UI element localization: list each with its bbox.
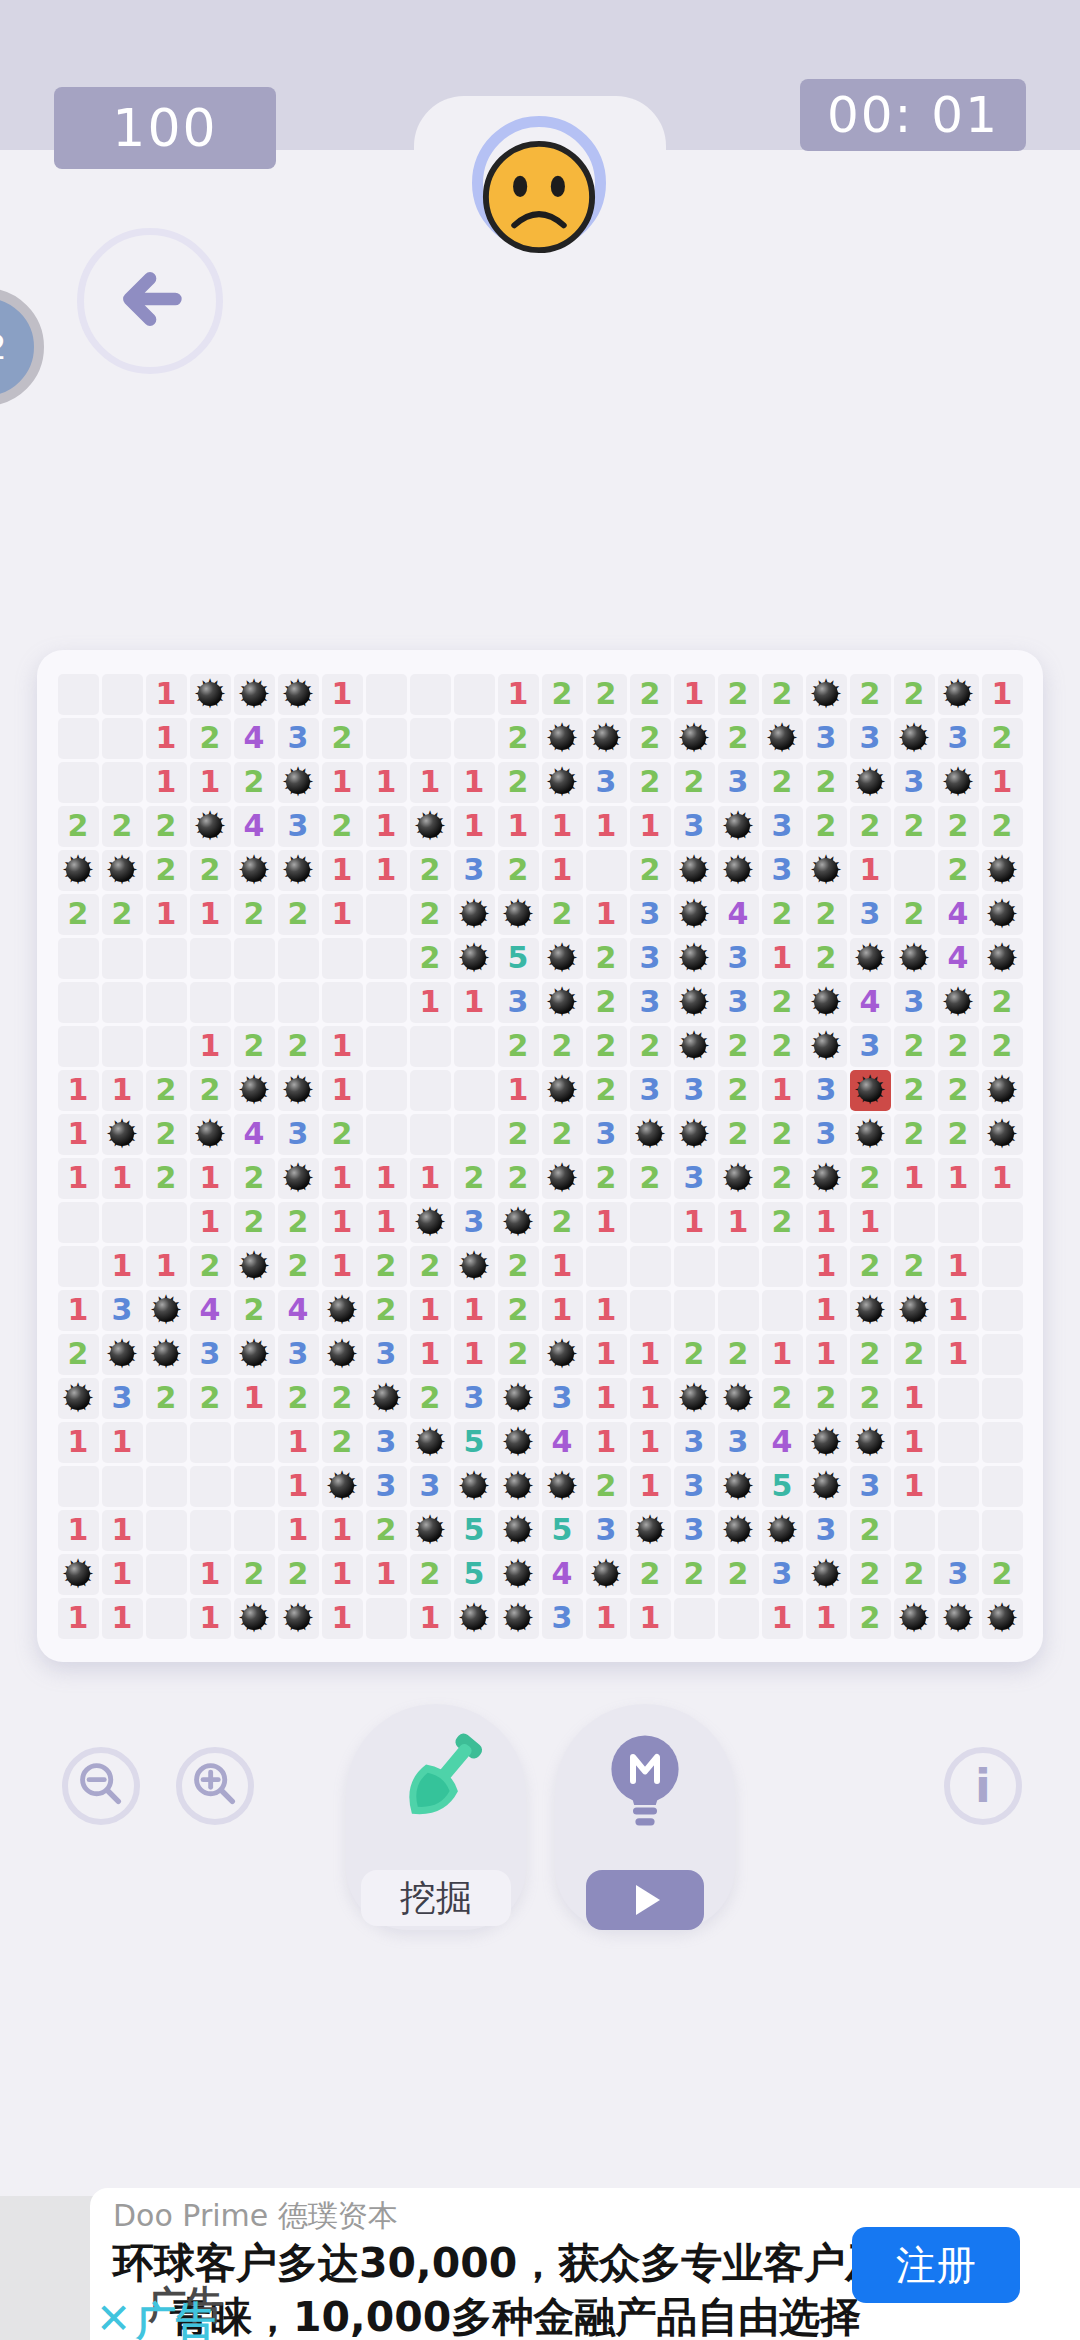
cell-mine[interactable]: ✹: [762, 1510, 803, 1551]
cell-number[interactable]: 1: [630, 1466, 671, 1507]
cell-empty[interactable]: [190, 938, 231, 979]
cell-number[interactable]: 1: [190, 1026, 231, 1067]
cell-number[interactable]: 2: [190, 1378, 231, 1419]
cell-empty[interactable]: [58, 762, 99, 803]
cell-number[interactable]: 2: [234, 1554, 275, 1595]
cell-number[interactable]: 4: [190, 1290, 231, 1331]
cell-number[interactable]: 1: [234, 1378, 275, 1419]
cell-number[interactable]: 3: [806, 1070, 847, 1111]
cell-number[interactable]: 1: [806, 1290, 847, 1331]
cell-mine[interactable]: ✹: [498, 1598, 539, 1639]
cell-mine[interactable]: ✹: [674, 850, 715, 891]
cell-empty[interactable]: [190, 982, 231, 1023]
cell-number[interactable]: 1: [586, 1202, 627, 1243]
cell-mine[interactable]: ✹: [454, 938, 495, 979]
cell-empty[interactable]: [322, 982, 363, 1023]
cell-empty[interactable]: [982, 1334, 1023, 1375]
cell-number[interactable]: 2: [630, 674, 671, 715]
cell-number[interactable]: 2: [234, 1158, 275, 1199]
cell-number[interactable]: 2: [850, 806, 891, 847]
cell-mine[interactable]: ✹: [938, 762, 979, 803]
cell-number[interactable]: 1: [366, 1158, 407, 1199]
cell-number[interactable]: 3: [806, 1114, 847, 1155]
cell-mine[interactable]: ✹: [850, 1114, 891, 1155]
cell-number[interactable]: 1: [322, 762, 363, 803]
cell-mine[interactable]: ✹: [454, 1246, 495, 1287]
cell-number[interactable]: 2: [366, 1290, 407, 1331]
cell-number[interactable]: 2: [278, 1378, 319, 1419]
cell-number[interactable]: 1: [454, 982, 495, 1023]
cell-number[interactable]: 2: [718, 1114, 759, 1155]
cell-empty[interactable]: [366, 982, 407, 1023]
cell-number[interactable]: 2: [982, 718, 1023, 759]
cell-number[interactable]: 3: [102, 1290, 143, 1331]
cell-number[interactable]: 1: [542, 850, 583, 891]
cell-empty[interactable]: [366, 1598, 407, 1639]
cell-number[interactable]: 1: [586, 894, 627, 935]
cell-number[interactable]: 2: [938, 1114, 979, 1155]
cell-empty[interactable]: [190, 1510, 231, 1551]
cell-number[interactable]: 2: [234, 1202, 275, 1243]
cell-number[interactable]: 2: [278, 1026, 319, 1067]
cell-number[interactable]: 3: [410, 1466, 451, 1507]
cell-number[interactable]: 2: [58, 894, 99, 935]
cell-empty[interactable]: [146, 1422, 187, 1463]
cell-empty[interactable]: [586, 850, 627, 891]
cell-number[interactable]: 2: [366, 1246, 407, 1287]
cell-empty[interactable]: [102, 1202, 143, 1243]
cell-number[interactable]: 1: [850, 1202, 891, 1243]
cell-mine[interactable]: ✹: [498, 1378, 539, 1419]
cell-number[interactable]: 1: [806, 1202, 847, 1243]
cell-number[interactable]: 4: [234, 806, 275, 847]
cell-empty[interactable]: [366, 1026, 407, 1067]
cell-mine[interactable]: ✹: [498, 894, 539, 935]
cell-mine[interactable]: ✹: [410, 1202, 451, 1243]
cell-mine[interactable]: ✹: [718, 1378, 759, 1419]
cell-number[interactable]: 1: [586, 1422, 627, 1463]
cell-mine[interactable]: ✹: [322, 1466, 363, 1507]
cell-empty[interactable]: [102, 1026, 143, 1067]
cell-mine[interactable]: ✹: [718, 1510, 759, 1551]
cell-mine[interactable]: ✹: [982, 850, 1023, 891]
cell-number[interactable]: 3: [674, 1510, 715, 1551]
cell-empty[interactable]: [234, 1422, 275, 1463]
cell-number[interactable]: 3: [718, 762, 759, 803]
cell-number[interactable]: 2: [410, 850, 451, 891]
cell-number[interactable]: 3: [674, 806, 715, 847]
cell-number[interactable]: 1: [806, 1334, 847, 1375]
cell-number[interactable]: 1: [938, 1290, 979, 1331]
cell-mine[interactable]: ✹: [806, 1422, 847, 1463]
cell-empty[interactable]: [982, 1246, 1023, 1287]
cell-number[interactable]: 3: [366, 1466, 407, 1507]
cell-number[interactable]: 1: [410, 762, 451, 803]
cell-number[interactable]: 2: [542, 1026, 583, 1067]
cell-number[interactable]: 2: [762, 982, 803, 1023]
cell-number[interactable]: 2: [806, 1378, 847, 1419]
cell-number[interactable]: 2: [586, 1466, 627, 1507]
cell-number[interactable]: 5: [542, 1510, 583, 1551]
cell-number[interactable]: 1: [190, 1598, 231, 1639]
cell-number[interactable]: 2: [850, 1554, 891, 1595]
cell-number[interactable]: 2: [894, 674, 935, 715]
cell-number[interactable]: 1: [806, 1246, 847, 1287]
cell-number[interactable]: 1: [322, 1246, 363, 1287]
cell-mine[interactable]: ✹: [806, 674, 847, 715]
cell-number[interactable]: 1: [586, 1334, 627, 1375]
cell-empty[interactable]: [102, 718, 143, 759]
cell-number[interactable]: 2: [410, 894, 451, 935]
cell-number[interactable]: 2: [322, 1114, 363, 1155]
cell-mine[interactable]: ✹: [102, 1334, 143, 1375]
cell-number[interactable]: 2: [718, 1334, 759, 1375]
cell-number[interactable]: 2: [850, 1158, 891, 1199]
cell-number[interactable]: 2: [190, 1070, 231, 1111]
cell-number[interactable]: 2: [850, 1246, 891, 1287]
cell-number[interactable]: 2: [982, 982, 1023, 1023]
cell-empty[interactable]: [938, 1422, 979, 1463]
cell-mine[interactable]: ✹: [542, 1466, 583, 1507]
cell-number[interactable]: 2: [542, 1202, 583, 1243]
cell-mine[interactable]: ✹: [234, 1070, 275, 1111]
cell-number[interactable]: 5: [454, 1510, 495, 1551]
cell-number[interactable]: 2: [146, 1378, 187, 1419]
cell-number[interactable]: 1: [190, 762, 231, 803]
cell-number[interactable]: 1: [410, 1598, 451, 1639]
cell-number[interactable]: 2: [850, 1510, 891, 1551]
cell-number[interactable]: 1: [278, 1510, 319, 1551]
cell-mine[interactable]: ✹: [102, 1114, 143, 1155]
cell-empty[interactable]: [718, 1598, 759, 1639]
cell-mine[interactable]: ✹: [498, 1202, 539, 1243]
cell-number[interactable]: 4: [234, 718, 275, 759]
cell-empty[interactable]: [982, 1378, 1023, 1419]
cell-number[interactable]: 1: [938, 1334, 979, 1375]
cell-empty[interactable]: [234, 1510, 275, 1551]
cell-empty[interactable]: [674, 1290, 715, 1331]
cell-number[interactable]: 3: [762, 850, 803, 891]
cell-number[interactable]: 3: [718, 982, 759, 1023]
cell-number[interactable]: 1: [322, 850, 363, 891]
cell-number[interactable]: 1: [850, 850, 891, 891]
cell-number[interactable]: 1: [762, 1598, 803, 1639]
cell-number[interactable]: 3: [586, 1114, 627, 1155]
cell-number[interactable]: 3: [762, 1554, 803, 1595]
cell-empty[interactable]: [146, 982, 187, 1023]
cell-mine[interactable]: ✹: [366, 1378, 407, 1419]
cell-number[interactable]: 3: [762, 806, 803, 847]
cell-number[interactable]: 1: [322, 1202, 363, 1243]
cell-number[interactable]: 4: [938, 894, 979, 935]
cell-empty[interactable]: [938, 1510, 979, 1551]
cell-mine[interactable]: ✹: [190, 674, 231, 715]
cell-number[interactable]: 2: [982, 1554, 1023, 1595]
cell-number[interactable]: 1: [146, 718, 187, 759]
cell-number[interactable]: 1: [102, 1422, 143, 1463]
cell-number[interactable]: 1: [894, 1466, 935, 1507]
cell-number[interactable]: 2: [586, 1158, 627, 1199]
cell-mine[interactable]: ✹: [498, 1510, 539, 1551]
cell-number[interactable]: 2: [894, 1334, 935, 1375]
cell-mine[interactable]: ✹: [542, 1070, 583, 1111]
cell-empty[interactable]: [410, 1114, 451, 1155]
cell-number[interactable]: 1: [542, 1290, 583, 1331]
cell-number[interactable]: 1: [938, 1246, 979, 1287]
cell-number[interactable]: 1: [542, 806, 583, 847]
cell-mine[interactable]: ✹: [410, 1510, 451, 1551]
cell-empty[interactable]: [630, 1246, 671, 1287]
cell-number[interactable]: 1: [630, 1598, 671, 1639]
cell-number[interactable]: 1: [586, 1378, 627, 1419]
cell-mine[interactable]: ✹: [542, 1334, 583, 1375]
cell-empty[interactable]: [146, 1598, 187, 1639]
cell-number[interactable]: 2: [586, 938, 627, 979]
cell-number[interactable]: 1: [322, 1554, 363, 1595]
cell-number[interactable]: 1: [982, 1158, 1023, 1199]
cell-number[interactable]: 4: [542, 1554, 583, 1595]
cell-number[interactable]: 1: [454, 762, 495, 803]
cell-mine[interactable]: ✹: [938, 982, 979, 1023]
cell-empty[interactable]: [454, 674, 495, 715]
cell-number[interactable]: 2: [542, 894, 583, 935]
cell-mine[interactable]: ✹: [718, 850, 759, 891]
cell-empty[interactable]: [58, 1026, 99, 1067]
cell-number[interactable]: 2: [278, 1246, 319, 1287]
cell-number[interactable]: 1: [454, 1334, 495, 1375]
cell-number[interactable]: 3: [630, 1070, 671, 1111]
cell-number[interactable]: 2: [102, 806, 143, 847]
cell-number[interactable]: 2: [938, 1070, 979, 1111]
cell-number[interactable]: 2: [146, 1158, 187, 1199]
cell-number[interactable]: 1: [498, 806, 539, 847]
cell-number[interactable]: 4: [718, 894, 759, 935]
cell-number[interactable]: 2: [190, 1246, 231, 1287]
cell-number[interactable]: 1: [190, 1554, 231, 1595]
cell-number[interactable]: 1: [674, 1202, 715, 1243]
cell-empty[interactable]: [102, 938, 143, 979]
cell-number[interactable]: 1: [102, 1158, 143, 1199]
cell-number[interactable]: 1: [102, 1510, 143, 1551]
cell-number[interactable]: 1: [146, 674, 187, 715]
cell-number[interactable]: 1: [366, 1202, 407, 1243]
cell-number[interactable]: 2: [894, 1070, 935, 1111]
cell-number[interactable]: 1: [630, 1334, 671, 1375]
cell-empty[interactable]: [366, 718, 407, 759]
cell-number[interactable]: 1: [982, 674, 1023, 715]
cell-number[interactable]: 2: [498, 718, 539, 759]
cell-number[interactable]: 2: [718, 674, 759, 715]
cell-mine[interactable]: ✹: [674, 894, 715, 935]
cell-number[interactable]: 2: [762, 1158, 803, 1199]
cell-number[interactable]: 1: [190, 1202, 231, 1243]
cell-number[interactable]: 2: [322, 718, 363, 759]
cell-number[interactable]: 1: [586, 806, 627, 847]
cell-number[interactable]: 1: [146, 894, 187, 935]
cell-number[interactable]: 2: [762, 1114, 803, 1155]
cell-mine[interactable]: ✹: [410, 1422, 451, 1463]
cell-number[interactable]: 2: [630, 718, 671, 759]
zoom-in-button[interactable]: [176, 1747, 254, 1825]
cell-number[interactable]: 1: [102, 1598, 143, 1639]
cell-number[interactable]: 2: [498, 1334, 539, 1375]
cell-number[interactable]: 2: [718, 1026, 759, 1067]
cell-number[interactable]: 1: [762, 1334, 803, 1375]
cell-empty[interactable]: [102, 1466, 143, 1507]
cell-number[interactable]: 3: [498, 982, 539, 1023]
cell-number[interactable]: 2: [410, 938, 451, 979]
cell-mine[interactable]: ✹: [850, 938, 891, 979]
cell-number[interactable]: 2: [498, 850, 539, 891]
cell-number[interactable]: 2: [850, 674, 891, 715]
cell-number[interactable]: 2: [454, 1158, 495, 1199]
cell-empty[interactable]: [982, 1422, 1023, 1463]
cell-number[interactable]: 3: [454, 850, 495, 891]
cell-empty[interactable]: [58, 938, 99, 979]
cell-number[interactable]: 1: [146, 1246, 187, 1287]
cell-mine[interactable]: ✹: [630, 1510, 671, 1551]
cell-number[interactable]: 1: [58, 1422, 99, 1463]
cell-mine[interactable]: ✹: [674, 1114, 715, 1155]
cell-empty[interactable]: [58, 718, 99, 759]
cell-number[interactable]: 2: [674, 1554, 715, 1595]
cell-number[interactable]: 2: [102, 894, 143, 935]
cell-mine[interactable]: ✹: [278, 674, 319, 715]
cell-number[interactable]: 2: [894, 1554, 935, 1595]
cell-number[interactable]: 2: [762, 674, 803, 715]
cell-number[interactable]: 2: [190, 718, 231, 759]
cell-number[interactable]: 5: [498, 938, 539, 979]
cell-number[interactable]: 1: [58, 1158, 99, 1199]
cell-empty[interactable]: [454, 1070, 495, 1111]
cell-number[interactable]: 1: [58, 1070, 99, 1111]
cell-number[interactable]: 1: [894, 1158, 935, 1199]
cell-number[interactable]: 2: [322, 806, 363, 847]
cell-mine[interactable]: ✹: [894, 718, 935, 759]
cell-mine[interactable]: ✹: [806, 850, 847, 891]
cell-mine[interactable]: ✹: [234, 1246, 275, 1287]
cell-number[interactable]: 2: [542, 674, 583, 715]
cell-number[interactable]: 2: [278, 1202, 319, 1243]
cell-number[interactable]: 1: [894, 1378, 935, 1419]
cell-number[interactable]: 2: [762, 1202, 803, 1243]
cell-number[interactable]: 2: [630, 1026, 671, 1067]
cell-mine[interactable]: ✹: [190, 806, 231, 847]
cell-number[interactable]: 1: [630, 1422, 671, 1463]
cell-empty[interactable]: [454, 1114, 495, 1155]
cell-number[interactable]: 1: [410, 1158, 451, 1199]
cell-number[interactable]: 1: [322, 1510, 363, 1551]
cell-number[interactable]: 1: [322, 1026, 363, 1067]
cell-number[interactable]: 2: [498, 1290, 539, 1331]
back-button[interactable]: [77, 228, 223, 374]
cell-number[interactable]: 2: [586, 982, 627, 1023]
cell-number[interactable]: 1: [146, 762, 187, 803]
cell-number[interactable]: 2: [938, 1026, 979, 1067]
cell-number[interactable]: 3: [806, 718, 847, 759]
cell-empty[interactable]: [278, 938, 319, 979]
cell-empty[interactable]: [982, 1290, 1023, 1331]
cell-number[interactable]: 2: [542, 1114, 583, 1155]
cell-number[interactable]: 2: [674, 1334, 715, 1375]
cell-number[interactable]: 4: [850, 982, 891, 1023]
cell-empty[interactable]: [146, 1510, 187, 1551]
cell-mine[interactable]: ✹: [410, 806, 451, 847]
cell-number[interactable]: 1: [630, 1378, 671, 1419]
cell-empty[interactable]: [674, 1246, 715, 1287]
cell-number[interactable]: 3: [850, 1026, 891, 1067]
cell-empty[interactable]: [146, 1466, 187, 1507]
cell-number[interactable]: 4: [938, 938, 979, 979]
cell-number[interactable]: 3: [454, 1202, 495, 1243]
cell-number[interactable]: 1: [190, 894, 231, 935]
cell-number[interactable]: 1: [190, 1158, 231, 1199]
cell-number[interactable]: 3: [894, 982, 935, 1023]
cell-number[interactable]: 3: [806, 1510, 847, 1551]
cell-number[interactable]: 2: [498, 1158, 539, 1199]
ad-register-button[interactable]: 注册: [852, 2227, 1020, 2303]
cell-empty[interactable]: [410, 718, 451, 759]
cell-number[interactable]: 2: [630, 762, 671, 803]
cell-mine[interactable]: ✹: [190, 1114, 231, 1155]
hint-card[interactable]: [555, 1704, 735, 1930]
cell-number[interactable]: 2: [410, 1378, 451, 1419]
cell-number[interactable]: 1: [58, 1114, 99, 1155]
cell-empty[interactable]: [58, 674, 99, 715]
cell-mine-exploded[interactable]: ✹: [850, 1070, 891, 1111]
cell-empty[interactable]: [718, 1246, 759, 1287]
cell-number[interactable]: 1: [410, 1334, 451, 1375]
cell-empty[interactable]: [102, 674, 143, 715]
cell-empty[interactable]: [58, 1246, 99, 1287]
cell-number[interactable]: 2: [894, 1246, 935, 1287]
cell-empty[interactable]: [146, 1026, 187, 1067]
cell-number[interactable]: 1: [366, 850, 407, 891]
cell-mine[interactable]: ✹: [806, 1466, 847, 1507]
cell-mine[interactable]: ✹: [982, 1114, 1023, 1155]
cell-empty[interactable]: [234, 982, 275, 1023]
cell-number[interactable]: 5: [454, 1422, 495, 1463]
cell-mine[interactable]: ✹: [454, 1598, 495, 1639]
ad-close-icon[interactable]: ✕: [96, 2294, 131, 2340]
cell-number[interactable]: 4: [234, 1114, 275, 1155]
cell-number[interactable]: 1: [542, 1246, 583, 1287]
cell-number[interactable]: 1: [102, 1554, 143, 1595]
cell-empty[interactable]: [278, 982, 319, 1023]
cell-number[interactable]: 2: [146, 1070, 187, 1111]
cell-number[interactable]: 3: [938, 1554, 979, 1595]
cell-mine[interactable]: ✹: [542, 718, 583, 759]
cell-number[interactable]: 2: [894, 1114, 935, 1155]
cell-number[interactable]: 2: [234, 1290, 275, 1331]
cell-number[interactable]: 2: [410, 1246, 451, 1287]
cell-number[interactable]: 3: [894, 762, 935, 803]
cell-empty[interactable]: [938, 1202, 979, 1243]
cell-mine[interactable]: ✹: [58, 1378, 99, 1419]
cell-number[interactable]: 1: [630, 806, 671, 847]
cell-number[interactable]: 1: [278, 1422, 319, 1463]
watch-ad-play-button[interactable]: [586, 1870, 704, 1930]
ad-banner[interactable]: Doo Prime 德璞资本 环球客户多达30,000，获众多专业客户及机构 青…: [90, 2188, 1080, 2340]
cell-number[interactable]: 2: [498, 762, 539, 803]
cell-mine[interactable]: ✹: [894, 1598, 935, 1639]
cell-empty[interactable]: [454, 1026, 495, 1067]
cell-mine[interactable]: ✹: [498, 1466, 539, 1507]
cell-number[interactable]: 3: [586, 762, 627, 803]
cell-number[interactable]: 2: [762, 1378, 803, 1419]
cell-mine[interactable]: ✹: [234, 850, 275, 891]
cell-number[interactable]: 3: [102, 1378, 143, 1419]
